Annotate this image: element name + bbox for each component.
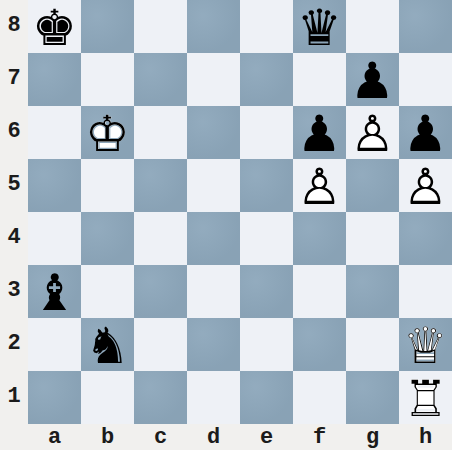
file-label-b: b [81, 424, 134, 450]
square-g8[interactable] [346, 0, 399, 53]
rank-label-6: 6 [0, 106, 28, 159]
king-glyph-outline: ♔ [81, 106, 134, 159]
piece-black-pawn[interactable]: ♟ [346, 53, 399, 106]
file-label-e: e [240, 424, 293, 450]
square-a2[interactable] [28, 318, 81, 371]
square-e6[interactable] [240, 106, 293, 159]
pawn-glyph: ♟ [346, 53, 399, 106]
square-e3[interactable] [240, 265, 293, 318]
square-a5[interactable] [28, 159, 81, 212]
square-d6[interactable] [187, 106, 240, 159]
square-g1[interactable] [346, 371, 399, 424]
piece-black-knight[interactable]: ♞ [81, 318, 134, 371]
queen-glyph-outline: ♕ [399, 318, 452, 371]
square-e5[interactable] [240, 159, 293, 212]
square-a7[interactable] [28, 53, 81, 106]
square-a3[interactable]: ♝ [28, 265, 81, 318]
piece-white-pawn[interactable]: ♟♙ [293, 159, 346, 212]
chess-board: 8♚♛7♟6♚♔♟♟♙♟5♟♙♟♙43♝2♞♛♕1♜♖abcdefgh [0, 0, 452, 450]
square-e2[interactable] [240, 318, 293, 371]
square-f3[interactable] [293, 265, 346, 318]
piece-white-king[interactable]: ♚♔ [81, 106, 134, 159]
square-b3[interactable] [81, 265, 134, 318]
square-h7[interactable] [399, 53, 452, 106]
piece-black-pawn[interactable]: ♟ [399, 106, 452, 159]
square-c8[interactable] [134, 0, 187, 53]
rook-glyph-outline: ♖ [399, 371, 452, 424]
square-a1[interactable] [28, 371, 81, 424]
piece-white-pawn[interactable]: ♟♙ [346, 106, 399, 159]
rank-label-1: 1 [0, 371, 28, 424]
square-g6[interactable]: ♟♙ [346, 106, 399, 159]
square-e4[interactable] [240, 212, 293, 265]
square-a8[interactable]: ♚ [28, 0, 81, 53]
square-f1[interactable] [293, 371, 346, 424]
square-h1[interactable]: ♜♖ [399, 371, 452, 424]
pawn-glyph-outline: ♙ [399, 159, 452, 212]
file-label-a: a [28, 424, 81, 450]
square-g2[interactable] [346, 318, 399, 371]
square-b8[interactable] [81, 0, 134, 53]
file-label-d: d [187, 424, 240, 450]
square-d3[interactable] [187, 265, 240, 318]
square-g7[interactable]: ♟ [346, 53, 399, 106]
piece-black-queen[interactable]: ♛ [293, 0, 346, 53]
square-e7[interactable] [240, 53, 293, 106]
square-b5[interactable] [81, 159, 134, 212]
square-d1[interactable] [187, 371, 240, 424]
square-e8[interactable] [240, 0, 293, 53]
rank-label-4: 4 [0, 212, 28, 265]
square-a6[interactable] [28, 106, 81, 159]
chess-diagram: 8♚♛7♟6♚♔♟♟♙♟5♟♙♟♙43♝2♞♛♕1♜♖abcdefgh [0, 0, 452, 450]
square-c4[interactable] [134, 212, 187, 265]
square-g3[interactable] [346, 265, 399, 318]
bishop-glyph: ♝ [28, 265, 81, 318]
rank-label-7: 7 [0, 53, 28, 106]
square-h4[interactable] [399, 212, 452, 265]
square-d8[interactable] [187, 0, 240, 53]
square-h2[interactable]: ♛♕ [399, 318, 452, 371]
square-h5[interactable]: ♟♙ [399, 159, 452, 212]
file-label-c: c [134, 424, 187, 450]
square-d2[interactable] [187, 318, 240, 371]
square-g4[interactable] [346, 212, 399, 265]
square-b2[interactable]: ♞ [81, 318, 134, 371]
square-a4[interactable] [28, 212, 81, 265]
square-e1[interactable] [240, 371, 293, 424]
rank-label-3: 3 [0, 265, 28, 318]
square-c5[interactable] [134, 159, 187, 212]
square-b4[interactable] [81, 212, 134, 265]
square-d5[interactable] [187, 159, 240, 212]
square-c3[interactable] [134, 265, 187, 318]
piece-black-king[interactable]: ♚ [28, 0, 81, 53]
piece-white-pawn[interactable]: ♟♙ [399, 159, 452, 212]
file-label-g: g [346, 424, 399, 450]
square-b7[interactable] [81, 53, 134, 106]
piece-white-rook[interactable]: ♜♖ [399, 371, 452, 424]
pawn-glyph-outline: ♙ [346, 106, 399, 159]
pawn-glyph: ♟ [399, 106, 452, 159]
square-d7[interactable] [187, 53, 240, 106]
square-c6[interactable] [134, 106, 187, 159]
square-c7[interactable] [134, 53, 187, 106]
king-glyph: ♚ [28, 0, 81, 53]
square-d4[interactable] [187, 212, 240, 265]
square-h8[interactable] [399, 0, 452, 53]
board-corner [0, 424, 28, 450]
piece-black-pawn[interactable]: ♟ [293, 106, 346, 159]
rank-label-8: 8 [0, 0, 28, 53]
square-f8[interactable]: ♛ [293, 0, 346, 53]
square-h6[interactable]: ♟ [399, 106, 452, 159]
pawn-glyph-outline: ♙ [293, 159, 346, 212]
knight-glyph: ♞ [81, 318, 134, 371]
square-c1[interactable] [134, 371, 187, 424]
square-f4[interactable] [293, 212, 346, 265]
square-b1[interactable] [81, 371, 134, 424]
piece-black-bishop[interactable]: ♝ [28, 265, 81, 318]
square-f5[interactable]: ♟♙ [293, 159, 346, 212]
file-label-f: f [293, 424, 346, 450]
queen-glyph: ♛ [293, 0, 346, 53]
square-f6[interactable]: ♟ [293, 106, 346, 159]
square-b6[interactable]: ♚♔ [81, 106, 134, 159]
square-h3[interactable] [399, 265, 452, 318]
rank-label-5: 5 [0, 159, 28, 212]
pawn-glyph: ♟ [293, 106, 346, 159]
piece-white-queen[interactable]: ♛♕ [399, 318, 452, 371]
rank-label-2: 2 [0, 318, 28, 371]
square-c2[interactable] [134, 318, 187, 371]
square-f2[interactable] [293, 318, 346, 371]
square-f7[interactable] [293, 53, 346, 106]
square-g5[interactable] [346, 159, 399, 212]
